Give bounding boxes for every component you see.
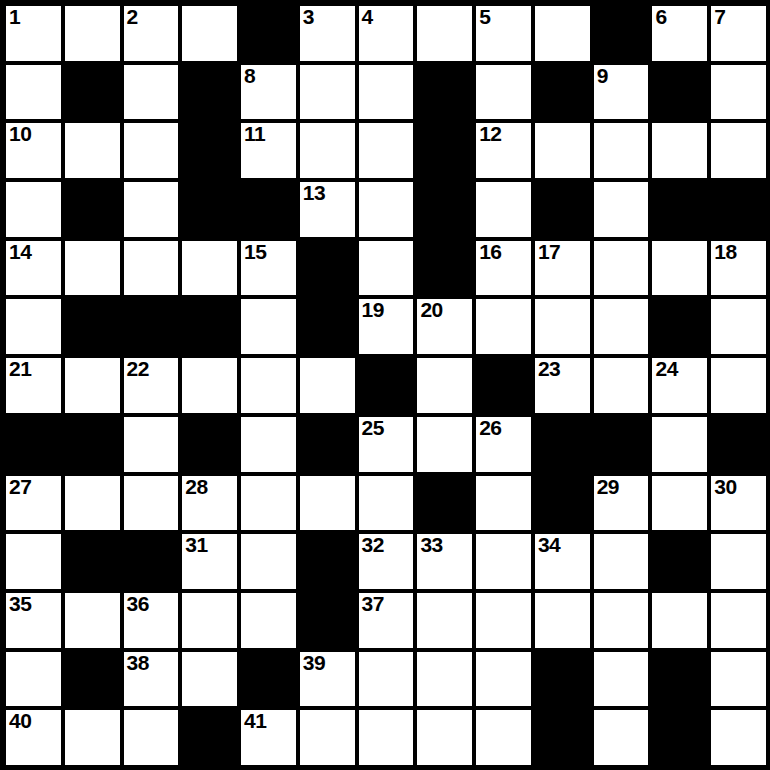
white-cell-r7c10[interactable]: 23 (535, 358, 590, 413)
black-cell-r8c2 (65, 417, 120, 472)
clue-number-24: 24 (655, 358, 677, 380)
white-cell-r13c5[interactable]: 41 (241, 710, 296, 765)
white-cell-r12c13[interactable] (711, 652, 766, 707)
black-cell-r4c5 (241, 182, 296, 237)
white-cell-r11c9[interactable] (476, 593, 531, 648)
clue-number-13: 13 (303, 182, 325, 204)
white-cell-r6c1[interactable] (6, 299, 61, 354)
white-cell-r9c5[interactable] (241, 476, 296, 531)
clue-number-5: 5 (479, 6, 490, 28)
white-cell-r5c3[interactable] (124, 241, 179, 296)
white-cell-r8c5[interactable] (241, 417, 296, 472)
white-cell-r5c11[interactable] (594, 241, 649, 296)
white-cell-r1c8[interactable] (417, 6, 472, 61)
white-cell-r13c9[interactable] (476, 710, 531, 765)
clue-number-35: 35 (9, 593, 31, 615)
black-cell-r13c4 (182, 710, 237, 765)
white-cell-r7c13[interactable] (711, 358, 766, 413)
white-cell-r6c8[interactable]: 20 (417, 299, 472, 354)
clue-number-11: 11 (244, 123, 265, 145)
white-cell-r1c4[interactable] (182, 6, 237, 61)
white-cell-r3c1[interactable]: 10 (6, 123, 61, 178)
white-cell-r11c13[interactable] (711, 593, 766, 648)
white-cell-r3c5[interactable]: 11 (241, 123, 296, 178)
white-cell-r9c2[interactable] (65, 476, 120, 531)
white-cell-r9c4[interactable]: 28 (182, 476, 237, 531)
clue-number-18: 18 (714, 241, 736, 263)
clue-number-1: 1 (9, 6, 20, 28)
black-cell-r5c6 (300, 241, 355, 296)
white-cell-r13c8[interactable] (417, 710, 472, 765)
clue-number-15: 15 (244, 241, 266, 263)
white-cell-r12c6[interactable]: 39 (300, 652, 355, 707)
white-cell-r13c13[interactable] (711, 710, 766, 765)
black-cell-r13c12 (652, 710, 707, 765)
white-cell-r4c3[interactable] (124, 182, 179, 237)
clue-number-23: 23 (538, 358, 560, 380)
white-cell-r7c3[interactable]: 22 (124, 358, 179, 413)
white-cell-r12c11[interactable] (594, 652, 649, 707)
clue-number-31: 31 (185, 534, 207, 556)
white-cell-r5c5[interactable]: 15 (241, 241, 296, 296)
white-cell-r12c1[interactable] (6, 652, 61, 707)
white-cell-r8c8[interactable] (417, 417, 472, 472)
white-cell-r12c4[interactable] (182, 652, 237, 707)
white-cell-r9c11[interactable]: 29 (594, 476, 649, 531)
white-cell-r6c11[interactable] (594, 299, 649, 354)
white-cell-r13c7[interactable] (359, 710, 414, 765)
white-cell-r10c4[interactable]: 31 (182, 534, 237, 589)
white-cell-r11c12[interactable] (652, 593, 707, 648)
black-cell-r10c12 (652, 534, 707, 589)
white-cell-r9c9[interactable] (476, 476, 531, 531)
white-cell-r2c6[interactable] (300, 65, 355, 120)
white-cell-r4c9[interactable] (476, 182, 531, 237)
clue-number-8: 8 (244, 65, 255, 87)
white-cell-r1c7[interactable]: 4 (359, 6, 414, 61)
white-cell-r11c7[interactable]: 37 (359, 593, 414, 648)
white-cell-r11c8[interactable] (417, 593, 472, 648)
black-cell-r8c11 (594, 417, 649, 472)
clue-number-21: 21 (9, 358, 31, 380)
black-cell-r5c8 (417, 241, 472, 296)
white-cell-r13c1[interactable]: 40 (6, 710, 61, 765)
white-cell-r11c4[interactable] (182, 593, 237, 648)
clue-number-34: 34 (538, 534, 560, 556)
white-cell-r2c9[interactable] (476, 65, 531, 120)
white-cell-r11c3[interactable]: 36 (124, 593, 179, 648)
white-cell-r11c2[interactable] (65, 593, 120, 648)
clue-number-37: 37 (362, 593, 384, 615)
white-cell-r3c10[interactable] (535, 123, 590, 178)
white-cell-r8c12[interactable] (652, 417, 707, 472)
black-cell-r4c8 (417, 182, 472, 237)
white-cell-r7c2[interactable] (65, 358, 120, 413)
white-cell-r7c5[interactable] (241, 358, 296, 413)
white-cell-r8c3[interactable] (124, 417, 179, 472)
white-cell-r2c3[interactable] (124, 65, 179, 120)
clue-number-6: 6 (655, 6, 666, 28)
clue-number-10: 10 (9, 123, 31, 145)
black-cell-r8c6 (300, 417, 355, 472)
clue-number-17: 17 (538, 241, 560, 263)
white-cell-r3c3[interactable] (124, 123, 179, 178)
black-cell-r12c10 (535, 652, 590, 707)
white-cell-r10c13[interactable] (711, 534, 766, 589)
black-cell-r12c2 (65, 652, 120, 707)
clue-number-28: 28 (185, 476, 207, 498)
white-cell-r2c7[interactable] (359, 65, 414, 120)
clue-number-25: 25 (362, 417, 384, 439)
clue-number-39: 39 (303, 652, 325, 674)
white-cell-r13c2[interactable] (65, 710, 120, 765)
clue-number-36: 36 (127, 593, 149, 615)
white-cell-r9c12[interactable] (652, 476, 707, 531)
black-cell-r13c10 (535, 710, 590, 765)
clue-number-14: 14 (9, 241, 31, 263)
white-cell-r4c1[interactable] (6, 182, 61, 237)
crossword-board: 1234567891011121314151617181920212223242… (0, 0, 770, 770)
white-cell-r9c7[interactable] (359, 476, 414, 531)
clue-number-12: 12 (479, 123, 501, 145)
white-cell-r10c5[interactable] (241, 534, 296, 589)
clue-number-30: 30 (714, 476, 736, 498)
white-cell-r12c3[interactable]: 38 (124, 652, 179, 707)
white-cell-r9c3[interactable] (124, 476, 179, 531)
black-cell-r4c12 (652, 182, 707, 237)
white-cell-r7c8[interactable] (417, 358, 472, 413)
white-cell-r3c13[interactable] (711, 123, 766, 178)
white-cell-r6c13[interactable] (711, 299, 766, 354)
white-cell-r5c12[interactable] (652, 241, 707, 296)
black-cell-r1c11 (594, 6, 649, 61)
white-cell-r2c11[interactable]: 9 (594, 65, 649, 120)
crossword-page: 1234567891011121314151617181920212223242… (0, 0, 770, 770)
white-cell-r1c2[interactable] (65, 6, 120, 61)
white-cell-r6c5[interactable] (241, 299, 296, 354)
clue-number-32: 32 (362, 534, 384, 556)
white-cell-r7c1[interactable]: 21 (6, 358, 61, 413)
black-cell-r8c13 (711, 417, 766, 472)
black-cell-r8c10 (535, 417, 590, 472)
white-cell-r11c10[interactable] (535, 593, 590, 648)
black-cell-r2c12 (652, 65, 707, 120)
black-cell-r10c3 (124, 534, 179, 589)
white-cell-r9c1[interactable]: 27 (6, 476, 61, 531)
black-cell-r4c13 (711, 182, 766, 237)
white-cell-r7c12[interactable]: 24 (652, 358, 707, 413)
black-cell-r2c8 (417, 65, 472, 120)
black-cell-r4c4 (182, 182, 237, 237)
white-cell-r11c5[interactable] (241, 593, 296, 648)
white-cell-r12c7[interactable] (359, 652, 414, 707)
white-cell-r5c10[interactable]: 17 (535, 241, 590, 296)
white-cell-r10c9[interactable] (476, 534, 531, 589)
black-cell-r6c3 (124, 299, 179, 354)
black-cell-r12c12 (652, 652, 707, 707)
black-cell-r6c12 (652, 299, 707, 354)
black-cell-r9c8 (417, 476, 472, 531)
black-cell-r9c10 (535, 476, 590, 531)
black-cell-r2c2 (65, 65, 120, 120)
black-cell-r10c2 (65, 534, 120, 589)
clue-number-3: 3 (303, 6, 314, 28)
white-cell-r3c11[interactable] (594, 123, 649, 178)
white-cell-r6c10[interactable] (535, 299, 590, 354)
white-cell-r5c1[interactable]: 14 (6, 241, 61, 296)
white-cell-r5c7[interactable] (359, 241, 414, 296)
white-cell-r7c4[interactable] (182, 358, 237, 413)
white-cell-r7c6[interactable] (300, 358, 355, 413)
black-cell-r4c2 (65, 182, 120, 237)
white-cell-r7c11[interactable] (594, 358, 649, 413)
white-cell-r10c1[interactable] (6, 534, 61, 589)
white-cell-r1c9[interactable]: 5 (476, 6, 531, 61)
white-cell-r9c6[interactable] (300, 476, 355, 531)
black-cell-r3c4 (182, 123, 237, 178)
black-cell-r6c2 (65, 299, 120, 354)
black-cell-r1c5 (241, 6, 296, 61)
black-cell-r6c4 (182, 299, 237, 354)
white-cell-r4c6[interactable]: 13 (300, 182, 355, 237)
white-cell-r2c13[interactable] (711, 65, 766, 120)
white-cell-r8c9[interactable]: 26 (476, 417, 531, 472)
white-cell-r10c11[interactable] (594, 534, 649, 589)
clue-number-22: 22 (127, 358, 149, 380)
white-cell-r5c13[interactable]: 18 (711, 241, 766, 296)
black-cell-r11c6 (300, 593, 355, 648)
white-cell-r4c11[interactable] (594, 182, 649, 237)
clue-number-16: 16 (479, 241, 501, 263)
white-cell-r9c13[interactable]: 30 (711, 476, 766, 531)
white-cell-r10c10[interactable]: 34 (535, 534, 590, 589)
white-cell-r4c7[interactable] (359, 182, 414, 237)
white-cell-r3c6[interactable] (300, 123, 355, 178)
white-cell-r2c1[interactable] (6, 65, 61, 120)
black-cell-r10c6 (300, 534, 355, 589)
clue-number-4: 4 (362, 6, 373, 28)
white-cell-r1c10[interactable] (535, 6, 590, 61)
black-cell-r2c4 (182, 65, 237, 120)
white-cell-r10c8[interactable]: 33 (417, 534, 472, 589)
black-cell-r8c4 (182, 417, 237, 472)
white-cell-r13c6[interactable] (300, 710, 355, 765)
white-cell-r3c12[interactable] (652, 123, 707, 178)
white-cell-r1c12[interactable]: 6 (652, 6, 707, 61)
white-cell-r13c3[interactable] (124, 710, 179, 765)
clue-number-26: 26 (479, 417, 501, 439)
clue-number-19: 19 (362, 299, 384, 321)
white-cell-r6c7[interactable]: 19 (359, 299, 414, 354)
white-cell-r5c4[interactable] (182, 241, 237, 296)
white-cell-r5c2[interactable] (65, 241, 120, 296)
clue-number-29: 29 (597, 476, 619, 498)
clue-number-41: 41 (244, 710, 266, 732)
white-cell-r3c9[interactable]: 12 (476, 123, 531, 178)
black-cell-r8c1 (6, 417, 61, 472)
white-cell-r12c8[interactable] (417, 652, 472, 707)
clue-number-2: 2 (127, 6, 138, 28)
white-cell-r6c9[interactable] (476, 299, 531, 354)
white-cell-r11c11[interactable] (594, 593, 649, 648)
black-cell-r4c10 (535, 182, 590, 237)
clue-number-9: 9 (597, 65, 608, 87)
white-cell-r1c3[interactable]: 2 (124, 6, 179, 61)
black-cell-r12c5 (241, 652, 296, 707)
white-cell-r13c11[interactable] (594, 710, 649, 765)
white-cell-r11c1[interactable]: 35 (6, 593, 61, 648)
white-cell-r5c9[interactable]: 16 (476, 241, 531, 296)
white-cell-r8c7[interactable]: 25 (359, 417, 414, 472)
black-cell-r3c8 (417, 123, 472, 178)
clue-number-38: 38 (127, 652, 149, 674)
white-cell-r3c7[interactable] (359, 123, 414, 178)
clue-number-40: 40 (9, 710, 31, 732)
white-cell-r12c9[interactable] (476, 652, 531, 707)
white-cell-r2c5[interactable]: 8 (241, 65, 296, 120)
black-cell-r2c10 (535, 65, 590, 120)
white-cell-r3c2[interactable] (65, 123, 120, 178)
black-cell-r7c9 (476, 358, 531, 413)
clue-number-20: 20 (420, 299, 442, 321)
black-cell-r7c7 (359, 358, 414, 413)
white-cell-r10c7[interactable]: 32 (359, 534, 414, 589)
white-cell-r1c6[interactable]: 3 (300, 6, 355, 61)
clue-number-33: 33 (420, 534, 442, 556)
black-cell-r6c6 (300, 299, 355, 354)
white-cell-r1c13[interactable]: 7 (711, 6, 766, 61)
white-cell-r1c1[interactable]: 1 (6, 6, 61, 61)
clue-number-7: 7 (714, 6, 725, 28)
clue-number-27: 27 (9, 476, 31, 498)
